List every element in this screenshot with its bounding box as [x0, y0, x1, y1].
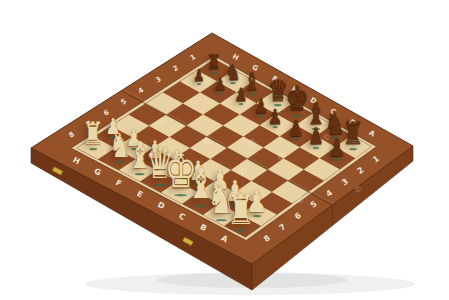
stock-photo-canvas: HH88GG77FF66EE55DD44CC33BB22AA11 ♜♞♟♟♝♛♟…	[0, 0, 449, 300]
chessboard: HH88GG77FF66EE55DD44CC33BB22AA11	[0, 0, 449, 300]
